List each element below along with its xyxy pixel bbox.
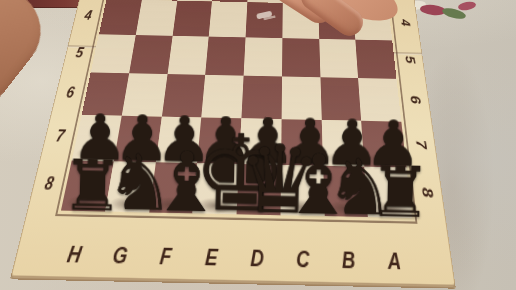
square-g5 [129,35,172,74]
file-label-c: C [280,245,326,274]
photo-scene: ♜♞♝♚♛♝♞♜♟♟♟♟♟♟♟♟♟♟♟♟♟♟♟♟♜♞♝♚♛♝♞♜ HGFEDCB… [0,0,516,290]
board-perspective-scene: ♜♞♝♚♛♝♞♜♟♟♟♟♟♟♟♟♟♟♟♟♟♟♟♟♜♞♝♚♛♝♞♜ HGFEDCB… [0,0,516,290]
rank-label-right-5: 5 [391,49,430,70]
piece-shadow [200,149,238,164]
square-a8: ♜ [365,166,413,217]
square-b8: ♞ [323,166,368,217]
board-grid: ♜♞♝♚♛♝♞♜♟♟♟♟♟♟♟♟♟♟♟♟♟♟♟♟♜♞♝♚♛♝♞♜ [61,0,412,218]
chess-board: ♜♞♝♚♛♝♞♜♟♟♟♟♟♟♟♟♟♟♟♟♟♟♟♟♜♞♝♚♛♝♞♜ HGFEDCB… [10,0,456,289]
square-a7: ♟ [361,120,406,167]
piece-shadow [239,199,278,215]
square-g7: ♟ [114,115,162,162]
square-e4 [209,1,247,37]
square-f5 [167,36,209,75]
square-f7: ♟ [155,116,201,163]
square-a6 [358,78,401,121]
rank-label-left-6: 6 [56,72,84,114]
square-c7: ♟ [281,119,323,166]
file-label-e: E [187,243,235,272]
square-b7: ♟ [321,120,364,167]
square-f4 [172,0,212,36]
file-label-b: B [325,246,372,275]
square-f6 [162,74,206,117]
rank-label-left-7: 7 [45,114,75,160]
square-c8: ♝ [280,165,324,216]
piece-shadow [151,197,191,213]
rank-label-left-5: 5 [66,34,93,73]
square-d6 [241,76,281,119]
square-d7: ♟ [239,118,281,165]
square-c5 [282,38,320,77]
piece-shadow [158,148,196,163]
board-wood-frame: ♜♞♝♚♛♝♞♜♟♟♟♟♟♟♟♟♟♟♟♟♟♟♟♟♜♞♝♚♛♝♞♜ HGFEDCB… [10,0,456,289]
piece-shadow [325,151,362,166]
rank-label-left-8: 8 [33,160,65,211]
piece-shadow [366,152,404,167]
file-label-a: A [370,247,418,276]
piece-shadow [74,146,113,161]
rank-label-right-6: 6 [395,89,436,112]
piece-shadow [195,198,234,214]
square-e8: ♚ [193,163,239,214]
square-b5 [319,39,358,78]
rank-label-left-4: 4 [75,0,100,34]
piece-shadow [116,147,155,162]
piece-shadow [370,201,410,217]
square-g8: ♞ [105,161,156,212]
file-label-h: H [49,241,100,270]
square-d8: ♛ [237,164,281,215]
square-e6 [202,75,244,118]
square-h4 [99,0,142,35]
square-g4 [136,0,177,36]
square-a5 [356,40,397,79]
square-e5 [205,37,245,76]
square-d4 [246,2,283,38]
piece-shadow [242,150,279,165]
file-label-g: G [95,241,145,270]
piece-shadow [326,200,365,216]
file-label-d: D [234,244,281,273]
square-f8: ♝ [149,162,198,213]
scuff-mark [256,11,272,20]
piece-shadow [283,150,320,165]
square-b6 [320,77,361,120]
rank-label-right-7: 7 [400,132,443,157]
square-d5 [244,37,283,76]
rank-label-right-8: 8 [405,179,450,207]
file-labels-row: HGFEDCBA [49,241,419,277]
piece-shadow [108,196,149,212]
piece-shadow [283,200,322,216]
square-e7: ♟ [197,117,241,164]
file-label-f: F [141,242,190,271]
square-c6 [281,77,321,120]
square-g6 [122,73,168,116]
piece-shadow [64,195,105,211]
